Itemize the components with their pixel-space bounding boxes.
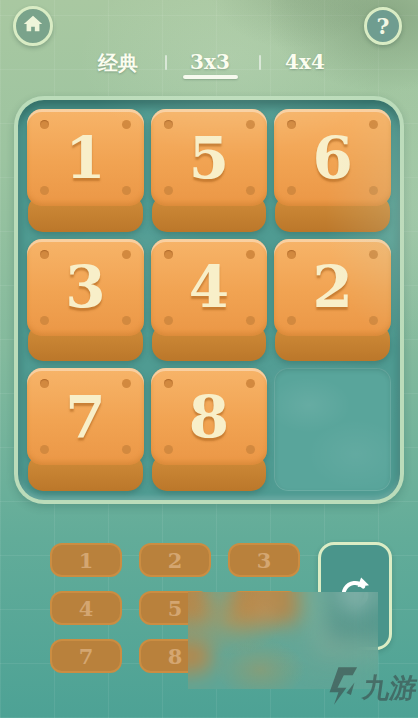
help-button[interactable]: ? — [364, 7, 402, 45]
reference-cell-3[interactable]: 3 — [228, 543, 300, 577]
tile-number: 4 — [189, 258, 229, 316]
tile-number: 7 — [65, 388, 105, 446]
tile-8[interactable]: 8 — [151, 368, 268, 491]
tile-5[interactable]: 5 — [151, 109, 268, 232]
reference-cell-4[interactable]: 4 — [50, 591, 122, 625]
question-mark-icon: ? — [377, 15, 390, 37]
home-button[interactable] — [13, 6, 53, 46]
tile-number: 5 — [189, 129, 229, 187]
tile-7[interactable]: 7 — [27, 368, 144, 491]
tile-number: 6 — [312, 129, 352, 187]
tab-classic[interactable]: 经典 — [90, 50, 146, 77]
reference-cell-1[interactable]: 1 — [50, 543, 122, 577]
tile-2[interactable]: 2 — [274, 239, 391, 362]
tile-3[interactable]: 3 — [27, 239, 144, 362]
puzzle-board: 1 5 6 3 4 2 7 — [14, 96, 404, 504]
active-tab-underline — [183, 75, 238, 79]
tab-4x4[interactable]: 4x4 — [277, 50, 333, 74]
tile-4[interactable]: 4 — [151, 239, 268, 362]
tile-number: 3 — [65, 258, 105, 316]
app-screen: ? 经典 3x3 4x4 1 5 6 3 — [0, 0, 418, 718]
tile-6[interactable]: 6 — [274, 109, 391, 232]
mode-tabs: 经典 3x3 4x4 — [0, 48, 418, 82]
tile-1[interactable]: 1 — [27, 109, 144, 232]
puzzle-grid: 1 5 6 3 4 2 7 — [18, 100, 400, 500]
home-icon — [22, 13, 44, 39]
blur-patch — [188, 592, 378, 689]
empty-cell[interactable] — [274, 368, 391, 491]
tile-number: 8 — [189, 388, 229, 446]
tab-3x3[interactable]: 3x3 — [182, 50, 238, 74]
tab-separator — [165, 55, 167, 70]
reference-cell-2[interactable]: 2 — [139, 543, 211, 577]
tile-number: 1 — [65, 129, 105, 187]
tab-separator — [259, 55, 261, 70]
reference-cell-7[interactable]: 7 — [50, 639, 122, 673]
tile-number: 2 — [312, 258, 352, 316]
